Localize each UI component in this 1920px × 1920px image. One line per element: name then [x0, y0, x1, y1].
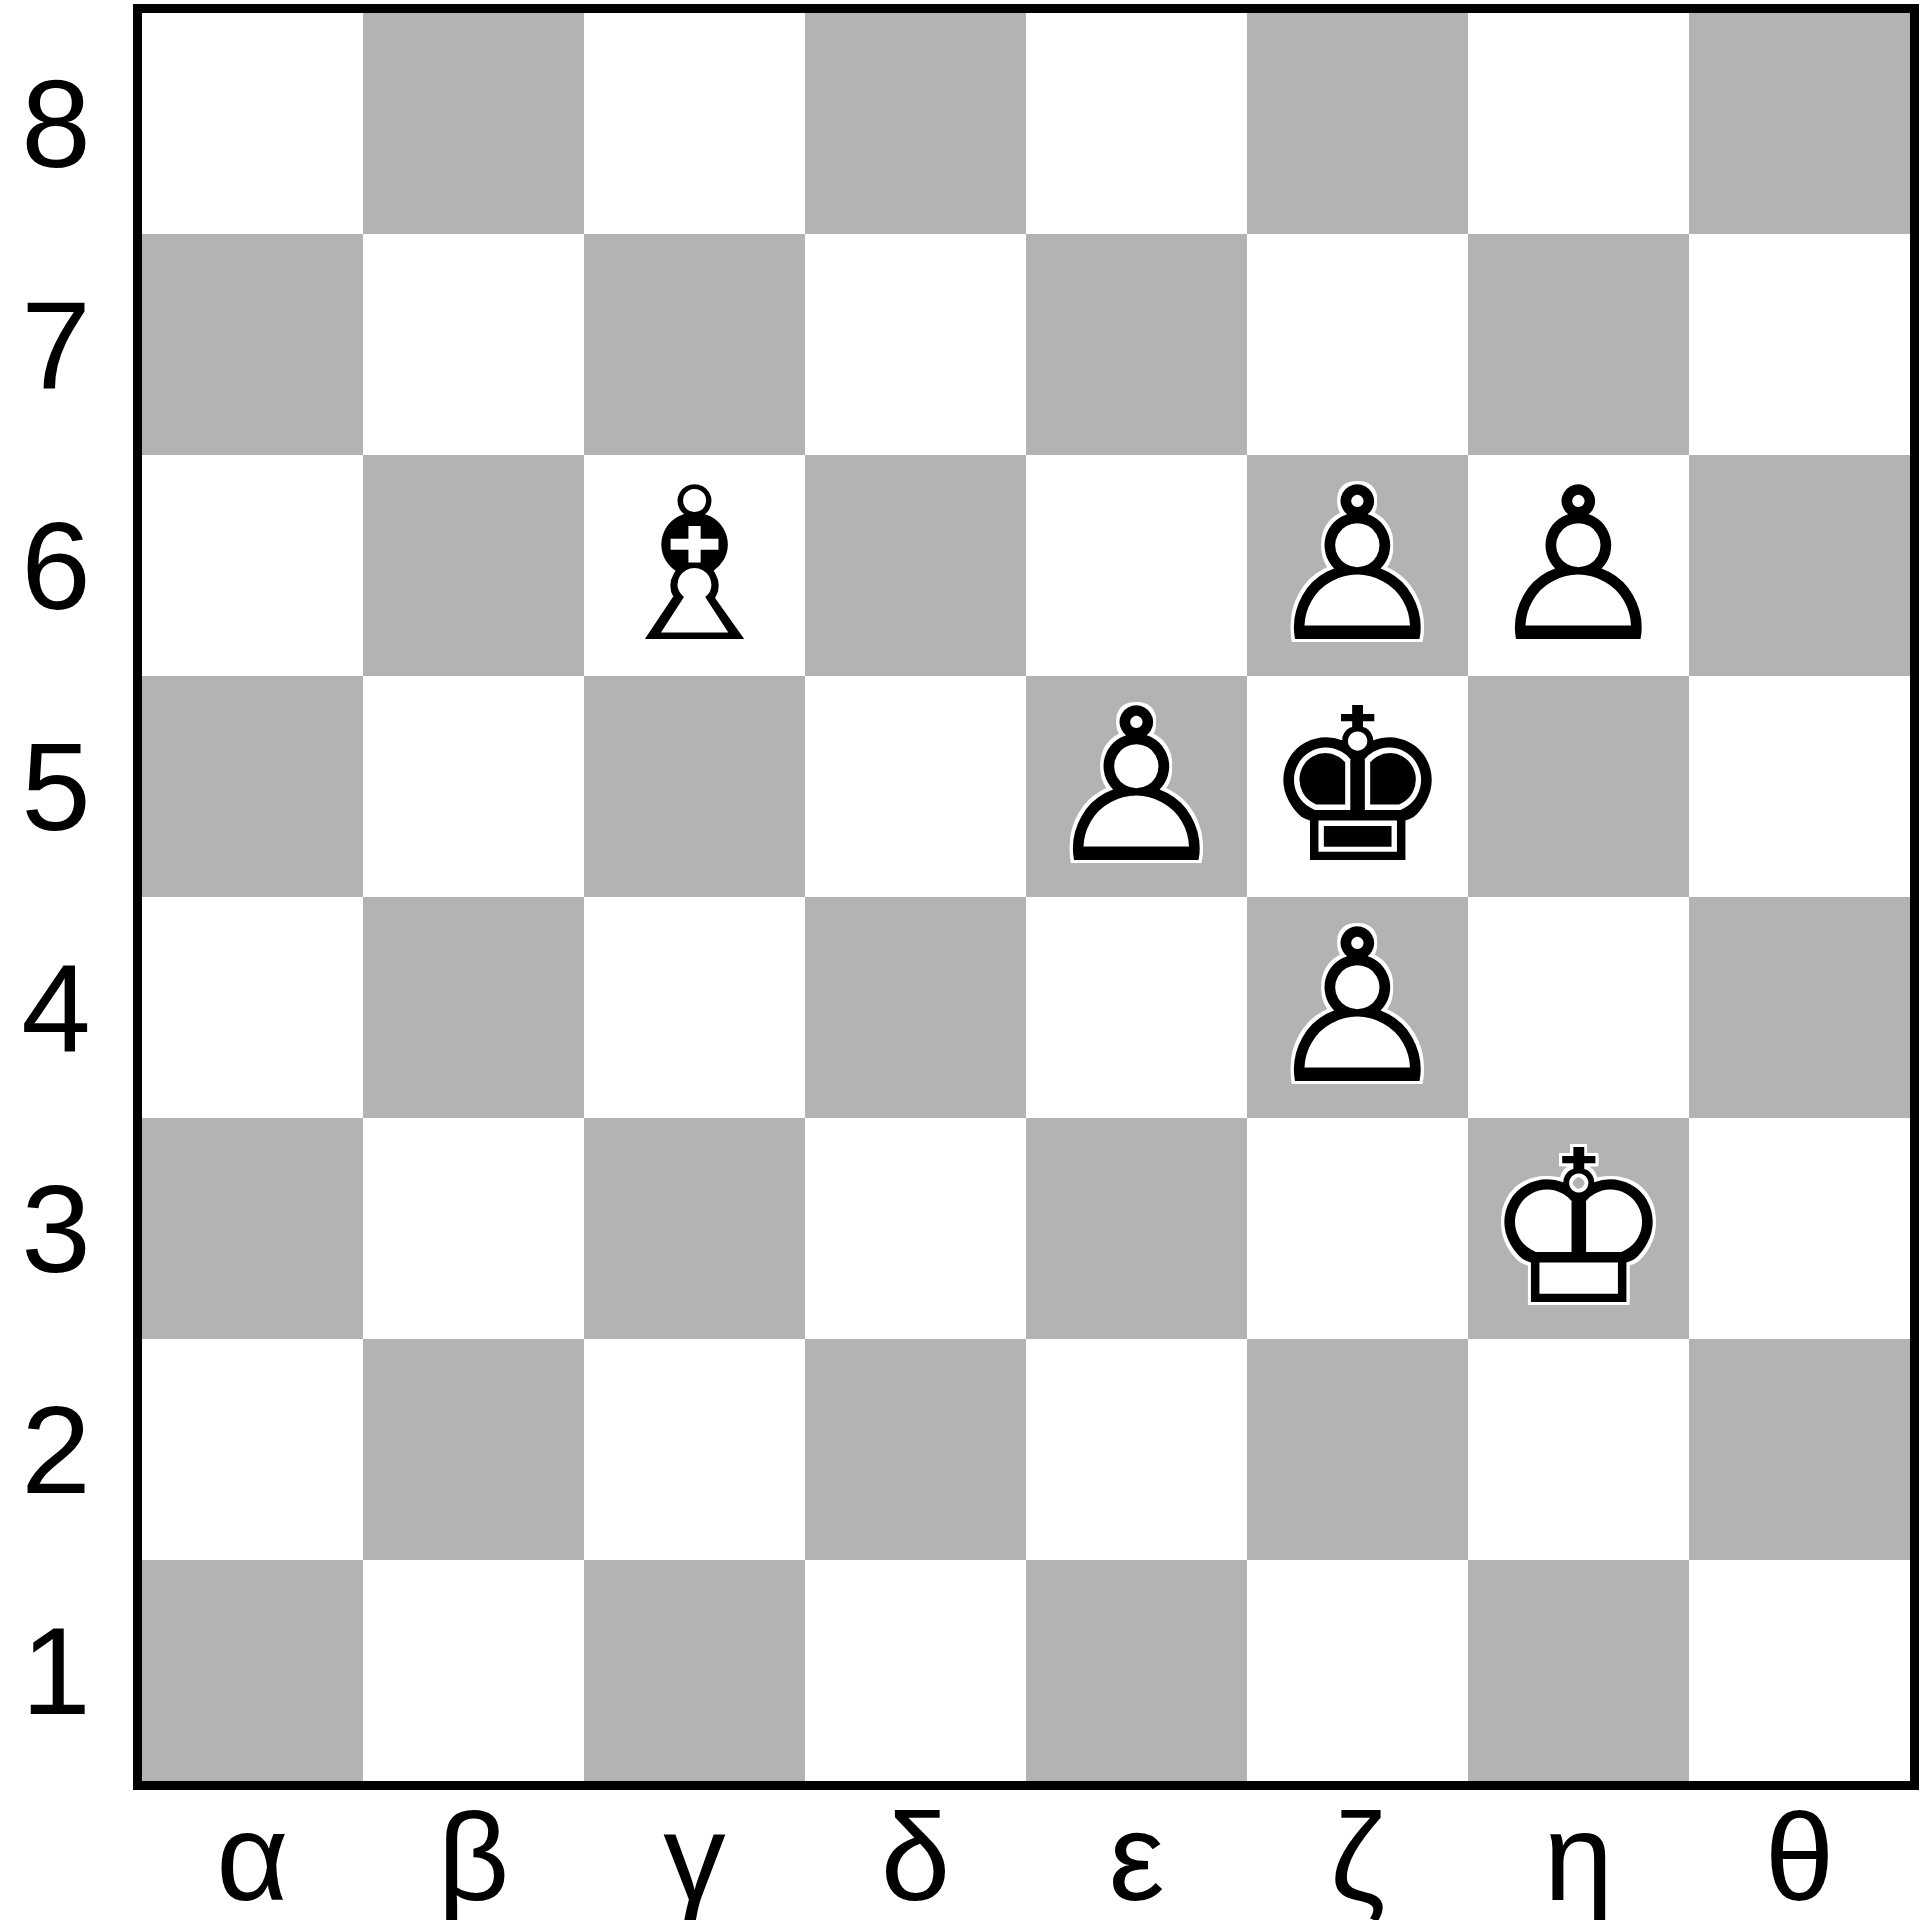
square-ζ5[interactable]: ♚	[1247, 676, 1468, 897]
square-θ3[interactable]	[1689, 1118, 1910, 1339]
square-α7[interactable]	[142, 234, 363, 455]
white-pawn[interactable]: ♟♙	[1468, 455, 1689, 676]
white-pawn-glyph: ♙	[1247, 455, 1468, 676]
rank-label-2: 2	[0, 1339, 112, 1560]
black-king-glyph: ♚	[1247, 676, 1468, 897]
black-king[interactable]: ♚	[1247, 676, 1468, 897]
square-β7[interactable]	[363, 234, 584, 455]
square-γ1[interactable]	[584, 1560, 805, 1781]
square-ε3[interactable]	[1026, 1118, 1247, 1339]
square-θ7[interactable]	[1689, 234, 1910, 455]
file-label-ε: ε	[1026, 1798, 1247, 1920]
square-η2[interactable]	[1468, 1339, 1689, 1560]
rank-label-8: 8	[0, 13, 112, 234]
square-ε8[interactable]	[1026, 13, 1247, 234]
square-α5[interactable]	[142, 676, 363, 897]
square-β5[interactable]	[363, 676, 584, 897]
square-β8[interactable]	[363, 13, 584, 234]
square-α1[interactable]	[142, 1560, 363, 1781]
square-ε5[interactable]: ♟♙	[1026, 676, 1247, 897]
white-pawn-glyph: ♙	[1468, 455, 1689, 676]
file-label-β: β	[363, 1798, 584, 1920]
square-β3[interactable]	[363, 1118, 584, 1339]
file-label-η: η	[1468, 1798, 1689, 1920]
rank-label-5: 5	[0, 676, 112, 897]
square-γ3[interactable]	[584, 1118, 805, 1339]
white-pawn-glyph: ♙	[1026, 676, 1247, 897]
rank-label-1: 1	[0, 1560, 112, 1781]
square-α4[interactable]	[142, 897, 363, 1118]
square-δ1[interactable]	[805, 1560, 1026, 1781]
rank-label-3: 3	[0, 1118, 112, 1339]
square-δ2[interactable]	[805, 1339, 1026, 1560]
square-γ7[interactable]	[584, 234, 805, 455]
square-δ5[interactable]	[805, 676, 1026, 897]
square-η4[interactable]	[1468, 897, 1689, 1118]
rank-label-7: 7	[0, 234, 112, 455]
square-θ8[interactable]	[1689, 13, 1910, 234]
square-ε1[interactable]	[1026, 1560, 1247, 1781]
square-ζ7[interactable]	[1247, 234, 1468, 455]
square-η3[interactable]: ♚♔	[1468, 1118, 1689, 1339]
square-β1[interactable]	[363, 1560, 584, 1781]
square-δ4[interactable]	[805, 897, 1026, 1118]
square-β6[interactable]	[363, 455, 584, 676]
square-β4[interactable]	[363, 897, 584, 1118]
chess-board: ♝♗♟♙♟♙♟♙♚♟♙♚♔	[133, 4, 1919, 1790]
square-ζ2[interactable]	[1247, 1339, 1468, 1560]
file-label-α: α	[142, 1798, 363, 1920]
file-label-γ: γ	[584, 1798, 805, 1920]
square-ζ1[interactable]	[1247, 1560, 1468, 1781]
square-γ4[interactable]	[584, 897, 805, 1118]
white-king-glyph: ♔	[1468, 1118, 1689, 1339]
white-bishop[interactable]: ♝♗	[584, 455, 805, 676]
square-θ5[interactable]	[1689, 676, 1910, 897]
square-ε2[interactable]	[1026, 1339, 1247, 1560]
file-label-ζ: ζ	[1247, 1798, 1468, 1920]
square-θ1[interactable]	[1689, 1560, 1910, 1781]
square-γ5[interactable]	[584, 676, 805, 897]
square-η6[interactable]: ♟♙	[1468, 455, 1689, 676]
white-king[interactable]: ♚♔	[1468, 1118, 1689, 1339]
file-label-δ: δ	[805, 1798, 1026, 1920]
square-η1[interactable]	[1468, 1560, 1689, 1781]
square-η8[interactable]	[1468, 13, 1689, 234]
white-pawn-glyph: ♙	[1247, 897, 1468, 1118]
square-α3[interactable]	[142, 1118, 363, 1339]
square-ζ4[interactable]: ♟♙	[1247, 897, 1468, 1118]
square-θ2[interactable]	[1689, 1339, 1910, 1560]
white-pawn[interactable]: ♟♙	[1026, 676, 1247, 897]
square-δ7[interactable]	[805, 234, 1026, 455]
square-η5[interactable]	[1468, 676, 1689, 897]
square-γ6[interactable]: ♝♗	[584, 455, 805, 676]
square-γ2[interactable]	[584, 1339, 805, 1560]
white-bishop-glyph: ♗	[584, 455, 805, 676]
square-α6[interactable]	[142, 455, 363, 676]
white-pawn[interactable]: ♟♙	[1247, 897, 1468, 1118]
square-θ6[interactable]	[1689, 455, 1910, 676]
square-α2[interactable]	[142, 1339, 363, 1560]
square-θ4[interactable]	[1689, 897, 1910, 1118]
square-δ8[interactable]	[805, 13, 1026, 234]
square-ζ6[interactable]: ♟♙	[1247, 455, 1468, 676]
square-γ8[interactable]	[584, 13, 805, 234]
square-ζ8[interactable]	[1247, 13, 1468, 234]
file-label-θ: θ	[1689, 1798, 1910, 1920]
white-pawn[interactable]: ♟♙	[1247, 455, 1468, 676]
rank-label-6: 6	[0, 455, 112, 676]
square-δ3[interactable]	[805, 1118, 1026, 1339]
square-α8[interactable]	[142, 13, 363, 234]
square-ε6[interactable]	[1026, 455, 1247, 676]
square-ε7[interactable]	[1026, 234, 1247, 455]
square-ζ3[interactable]	[1247, 1118, 1468, 1339]
rank-label-4: 4	[0, 897, 112, 1118]
square-ε4[interactable]	[1026, 897, 1247, 1118]
square-δ6[interactable]	[805, 455, 1026, 676]
square-β2[interactable]	[363, 1339, 584, 1560]
square-η7[interactable]	[1468, 234, 1689, 455]
